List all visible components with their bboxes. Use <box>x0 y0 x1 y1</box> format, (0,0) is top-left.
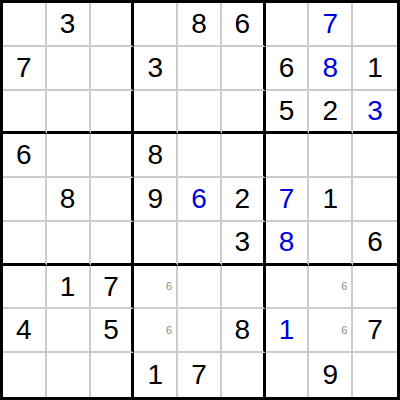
cell-r5c2[interactable]: 8 <box>47 178 91 222</box>
cell-r2c2[interactable] <box>47 47 91 91</box>
cell-r6c4[interactable] <box>134 222 178 266</box>
pencil-mark-6: 6 <box>162 280 176 294</box>
cell-r2c8[interactable]: 8 <box>309 47 353 91</box>
cell-r8c7[interactable]: 1 <box>266 309 310 353</box>
candidate-empty <box>162 294 176 308</box>
cell-r4c5[interactable] <box>178 134 222 178</box>
cell-r3c1[interactable] <box>3 91 47 135</box>
cell-r5c8[interactable]: 1 <box>309 178 353 222</box>
given-digit-6: 6 <box>234 10 250 38</box>
candidate-empty <box>134 323 148 337</box>
cell-r8c3[interactable]: 5 <box>91 309 135 353</box>
cell-r5c7[interactable]: 7 <box>266 178 310 222</box>
cell-r9c5[interactable]: 7 <box>178 353 222 397</box>
cell-r9c8[interactable]: 9 <box>309 353 353 397</box>
cell-r5c5[interactable]: 6 <box>178 178 222 222</box>
candidate-empty <box>148 323 162 337</box>
candidate-empty <box>148 280 162 294</box>
candidate-empty <box>323 294 337 308</box>
cell-r2c3[interactable] <box>91 47 135 91</box>
given-digit-1: 1 <box>147 361 163 389</box>
cell-r2c5[interactable] <box>178 47 222 91</box>
cell-r6c2[interactable] <box>47 222 91 266</box>
candidate-empty <box>337 337 351 351</box>
cell-r5c1[interactable] <box>3 178 47 222</box>
given-digit-6: 6 <box>367 228 383 256</box>
cell-r2c6[interactable] <box>222 47 266 91</box>
given-digit-6: 6 <box>279 54 295 82</box>
cell-r7c8[interactable]: 6 <box>309 266 353 310</box>
cell-r3c9[interactable]: 3 <box>353 91 397 135</box>
cell-r1c4[interactable] <box>134 3 178 47</box>
cell-r1c2[interactable]: 3 <box>47 3 91 47</box>
cell-r3c5[interactable] <box>178 91 222 135</box>
candidate-empty <box>148 337 162 351</box>
given-digit-2: 2 <box>234 185 250 213</box>
pencil-mark-6: 6 <box>337 323 351 337</box>
cell-r9c4[interactable]: 1 <box>134 353 178 397</box>
given-digit-3: 3 <box>234 228 250 256</box>
cell-r7c4[interactable]: 6 <box>134 266 178 310</box>
given-digit-9: 9 <box>147 185 163 213</box>
given-digit-5: 5 <box>279 97 295 125</box>
cell-r3c7[interactable]: 5 <box>266 91 310 135</box>
cell-r6c3[interactable] <box>91 222 135 266</box>
candidate-empty <box>148 266 162 280</box>
cell-r9c9[interactable] <box>353 353 397 397</box>
user-digit-6: 6 <box>191 185 207 213</box>
cell-r1c7[interactable] <box>266 3 310 47</box>
given-digit-8: 8 <box>234 316 250 344</box>
candidate-empty <box>134 280 148 294</box>
pencil-mark-6: 6 <box>337 280 351 294</box>
cell-r7c3[interactable]: 7 <box>91 266 135 310</box>
cell-r4c2[interactable] <box>47 134 91 178</box>
cell-r2c9[interactable]: 1 <box>353 47 397 91</box>
cell-r6c1[interactable] <box>3 222 47 266</box>
candidate-grid: 6 <box>134 309 176 351</box>
cell-r7c1[interactable] <box>3 266 47 310</box>
candidate-empty <box>148 294 162 308</box>
candidate-empty <box>134 309 148 323</box>
cell-r6c8[interactable] <box>309 222 353 266</box>
candidate-empty <box>162 309 176 323</box>
given-digit-1: 1 <box>323 185 339 213</box>
cell-r9c6[interactable] <box>222 353 266 397</box>
candidate-empty <box>134 294 148 308</box>
cell-r3c3[interactable] <box>91 91 135 135</box>
candidate-empty <box>309 294 323 308</box>
cell-r7c5[interactable] <box>178 266 222 310</box>
cell-r6c5[interactable] <box>178 222 222 266</box>
candidate-grid: 6 <box>309 309 351 351</box>
candidate-empty <box>337 266 351 280</box>
candidate-empty <box>337 294 351 308</box>
given-digit-7: 7 <box>16 54 32 82</box>
user-digit-7: 7 <box>279 185 295 213</box>
candidate-empty <box>134 337 148 351</box>
given-digit-7: 7 <box>103 273 119 301</box>
cell-r7c9[interactable] <box>353 266 397 310</box>
candidate-empty <box>337 309 351 323</box>
candidate-empty <box>134 266 148 280</box>
given-digit-3: 3 <box>147 54 163 82</box>
given-digit-6: 6 <box>16 141 32 169</box>
given-digit-1: 1 <box>60 273 76 301</box>
candidate-empty <box>309 309 323 323</box>
given-digit-9: 9 <box>323 361 339 389</box>
candidate-empty <box>148 309 162 323</box>
cell-r3c6[interactable] <box>222 91 266 135</box>
cell-r1c8[interactable]: 7 <box>309 3 353 47</box>
cell-r4c8[interactable] <box>309 134 353 178</box>
candidate-empty <box>309 337 323 351</box>
sudoku-board: 3867736815236889627138617664568167179 <box>0 0 400 400</box>
cell-r1c3[interactable] <box>91 3 135 47</box>
cell-r4c9[interactable] <box>353 134 397 178</box>
cell-r5c3[interactable] <box>91 178 135 222</box>
given-digit-4: 4 <box>16 316 32 344</box>
cell-r8c9[interactable]: 7 <box>353 309 397 353</box>
cell-r4c3[interactable] <box>91 134 135 178</box>
given-digit-8: 8 <box>191 10 207 38</box>
cell-r9c1[interactable] <box>3 353 47 397</box>
user-digit-7: 7 <box>323 10 339 38</box>
cell-r1c9[interactable] <box>353 3 397 47</box>
cell-r1c1[interactable] <box>3 3 47 47</box>
given-digit-5: 5 <box>103 316 119 344</box>
cell-r6c7[interactable]: 8 <box>266 222 310 266</box>
cell-r8c1[interactable]: 4 <box>3 309 47 353</box>
cell-r4c1[interactable]: 6 <box>3 134 47 178</box>
candidate-empty <box>162 337 176 351</box>
cell-r5c4[interactable]: 9 <box>134 178 178 222</box>
user-digit-1: 1 <box>279 316 295 344</box>
candidate-grid: 6 <box>309 266 351 308</box>
given-digit-8: 8 <box>60 185 76 213</box>
cell-r6c6[interactable]: 3 <box>222 222 266 266</box>
given-digit-2: 2 <box>323 97 339 125</box>
cell-r3c4[interactable] <box>134 91 178 135</box>
cell-r8c4[interactable]: 6 <box>134 309 178 353</box>
cell-r8c6[interactable]: 8 <box>222 309 266 353</box>
cell-r1c5[interactable]: 8 <box>178 3 222 47</box>
candidate-grid: 6 <box>134 266 176 308</box>
cell-r9c2[interactable] <box>47 353 91 397</box>
cell-r7c6[interactable] <box>222 266 266 310</box>
given-digit-1: 1 <box>367 54 383 82</box>
candidate-empty <box>162 266 176 280</box>
cell-r2c1[interactable]: 7 <box>3 47 47 91</box>
cell-r9c7[interactable] <box>266 353 310 397</box>
given-digit-7: 7 <box>367 316 383 344</box>
given-digit-8: 8 <box>147 141 163 169</box>
cell-r4c6[interactable] <box>222 134 266 178</box>
user-digit-8: 8 <box>279 228 295 256</box>
cell-r4c7[interactable] <box>266 134 310 178</box>
cell-r6c9[interactable]: 6 <box>353 222 397 266</box>
cell-r4c4[interactable]: 8 <box>134 134 178 178</box>
cell-r5c6[interactable]: 2 <box>222 178 266 222</box>
cell-r3c8[interactable]: 2 <box>309 91 353 135</box>
cell-r7c2[interactable]: 1 <box>47 266 91 310</box>
candidate-empty <box>323 309 337 323</box>
cell-r5c9[interactable] <box>353 178 397 222</box>
candidate-empty <box>323 280 337 294</box>
candidate-empty <box>309 323 323 337</box>
cell-r1c6[interactable]: 6 <box>222 3 266 47</box>
cell-r8c2[interactable] <box>47 309 91 353</box>
cell-r2c7[interactable]: 6 <box>266 47 310 91</box>
candidate-empty <box>323 337 337 351</box>
cell-r8c8[interactable]: 6 <box>309 309 353 353</box>
candidate-empty <box>323 266 337 280</box>
candidate-empty <box>309 280 323 294</box>
user-digit-8: 8 <box>323 54 339 82</box>
cell-r3c2[interactable] <box>47 91 91 135</box>
candidate-empty <box>309 266 323 280</box>
given-digit-3: 3 <box>60 10 76 38</box>
cell-r9c3[interactable] <box>91 353 135 397</box>
given-digit-7: 7 <box>191 361 207 389</box>
candidate-empty <box>323 323 337 337</box>
pencil-mark-6: 6 <box>162 323 176 337</box>
cell-r8c5[interactable] <box>178 309 222 353</box>
cell-r2c4[interactable]: 3 <box>134 47 178 91</box>
user-digit-3: 3 <box>367 97 383 125</box>
cell-r7c7[interactable] <box>266 266 310 310</box>
